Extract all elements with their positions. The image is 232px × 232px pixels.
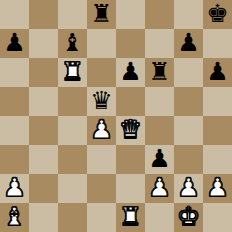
square-d8[interactable]: ♜ bbox=[87, 0, 116, 29]
square-e4[interactable]: ♛ bbox=[116, 116, 145, 145]
square-c1[interactable] bbox=[58, 203, 87, 232]
square-d1[interactable] bbox=[87, 203, 116, 232]
square-f4[interactable] bbox=[145, 116, 174, 145]
piece-white-queen-icon[interactable]: ♛ bbox=[119, 115, 141, 144]
square-g7[interactable]: ♟ bbox=[174, 29, 203, 58]
piece-white-king-icon[interactable]: ♚ bbox=[177, 202, 199, 231]
square-g3[interactable] bbox=[174, 145, 203, 174]
square-b4[interactable] bbox=[29, 116, 58, 145]
square-c8[interactable] bbox=[58, 0, 87, 29]
square-g4[interactable] bbox=[174, 116, 203, 145]
square-b1[interactable] bbox=[29, 203, 58, 232]
square-e8[interactable] bbox=[116, 0, 145, 29]
square-h4[interactable] bbox=[203, 116, 232, 145]
piece-white-pawn-icon[interactable]: ♟ bbox=[3, 173, 25, 202]
square-c6[interactable]: ♜ bbox=[58, 58, 87, 87]
square-e2[interactable] bbox=[116, 174, 145, 203]
square-d4[interactable]: ♟ bbox=[87, 116, 116, 145]
square-h5[interactable] bbox=[203, 87, 232, 116]
piece-white-pawn-icon[interactable]: ♟ bbox=[206, 173, 228, 202]
square-f8[interactable] bbox=[145, 0, 174, 29]
square-g5[interactable] bbox=[174, 87, 203, 116]
square-f1[interactable] bbox=[145, 203, 174, 232]
square-h8[interactable]: ♚ bbox=[203, 0, 232, 29]
piece-white-pawn-icon[interactable]: ♟ bbox=[177, 173, 199, 202]
chess-board: ♜♚♟♝♟♜♟♜♟♛♟♛♟♟♟♟♟♝♜♚ bbox=[0, 0, 232, 232]
square-g8[interactable] bbox=[174, 0, 203, 29]
square-h3[interactable] bbox=[203, 145, 232, 174]
square-e1[interactable]: ♜ bbox=[116, 203, 145, 232]
square-a6[interactable] bbox=[0, 58, 29, 87]
square-g2[interactable]: ♟ bbox=[174, 174, 203, 203]
piece-black-pawn-icon[interactable]: ♟ bbox=[119, 57, 141, 86]
piece-black-pawn-icon[interactable]: ♟ bbox=[3, 28, 25, 57]
square-e5[interactable] bbox=[116, 87, 145, 116]
piece-black-king-icon[interactable]: ♚ bbox=[206, 0, 228, 28]
square-b6[interactable] bbox=[29, 58, 58, 87]
square-h2[interactable]: ♟ bbox=[203, 174, 232, 203]
square-c7[interactable]: ♝ bbox=[58, 29, 87, 58]
square-c3[interactable] bbox=[58, 145, 87, 174]
square-g6[interactable] bbox=[174, 58, 203, 87]
piece-white-rook-icon[interactable]: ♜ bbox=[61, 57, 83, 86]
square-c4[interactable] bbox=[58, 116, 87, 145]
square-e3[interactable] bbox=[116, 145, 145, 174]
square-d7[interactable] bbox=[87, 29, 116, 58]
square-c2[interactable] bbox=[58, 174, 87, 203]
square-e7[interactable] bbox=[116, 29, 145, 58]
square-a3[interactable] bbox=[0, 145, 29, 174]
square-f5[interactable] bbox=[145, 87, 174, 116]
square-a1[interactable]: ♝ bbox=[0, 203, 29, 232]
square-a8[interactable] bbox=[0, 0, 29, 29]
square-e6[interactable]: ♟ bbox=[116, 58, 145, 87]
square-a5[interactable] bbox=[0, 87, 29, 116]
square-f6[interactable]: ♜ bbox=[145, 58, 174, 87]
piece-black-bishop-icon[interactable]: ♝ bbox=[61, 28, 83, 57]
square-f3[interactable]: ♟ bbox=[145, 145, 174, 174]
square-h7[interactable] bbox=[203, 29, 232, 58]
piece-black-queen-icon[interactable]: ♛ bbox=[90, 86, 112, 115]
piece-black-pawn-icon[interactable]: ♟ bbox=[177, 28, 199, 57]
square-a7[interactable]: ♟ bbox=[0, 29, 29, 58]
square-d6[interactable] bbox=[87, 58, 116, 87]
square-b5[interactable] bbox=[29, 87, 58, 116]
square-d5[interactable]: ♛ bbox=[87, 87, 116, 116]
piece-black-rook-icon[interactable]: ♜ bbox=[148, 57, 170, 86]
square-d2[interactable] bbox=[87, 174, 116, 203]
piece-white-rook-icon[interactable]: ♜ bbox=[119, 202, 141, 231]
square-c5[interactable] bbox=[58, 87, 87, 116]
square-h6[interactable]: ♟ bbox=[203, 58, 232, 87]
piece-white-bishop-icon[interactable]: ♝ bbox=[3, 202, 25, 231]
piece-white-pawn-icon[interactable]: ♟ bbox=[148, 173, 170, 202]
piece-black-rook-icon[interactable]: ♜ bbox=[90, 0, 112, 28]
piece-black-pawn-icon[interactable]: ♟ bbox=[148, 144, 170, 173]
piece-black-pawn-icon[interactable]: ♟ bbox=[206, 57, 228, 86]
square-d3[interactable] bbox=[87, 145, 116, 174]
square-b7[interactable] bbox=[29, 29, 58, 58]
square-g1[interactable]: ♚ bbox=[174, 203, 203, 232]
square-a4[interactable] bbox=[0, 116, 29, 145]
square-b3[interactable] bbox=[29, 145, 58, 174]
square-a2[interactable]: ♟ bbox=[0, 174, 29, 203]
square-f7[interactable] bbox=[145, 29, 174, 58]
square-b2[interactable] bbox=[29, 174, 58, 203]
square-b8[interactable] bbox=[29, 0, 58, 29]
square-f2[interactable]: ♟ bbox=[145, 174, 174, 203]
piece-white-pawn-icon[interactable]: ♟ bbox=[90, 115, 112, 144]
square-h1[interactable] bbox=[203, 203, 232, 232]
